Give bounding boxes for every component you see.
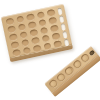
rim-slot-5 (64, 39, 69, 46)
rim-slot-1 (58, 7, 63, 14)
coin-tray (44, 46, 100, 97)
rim-slot-4 (63, 31, 68, 38)
hanging-hole (89, 49, 95, 55)
engraved-coin-icon (65, 67, 73, 75)
board-pit-r5c2[interactable] (22, 47, 31, 56)
main-board (1, 4, 73, 62)
engraved-coin-icon (81, 54, 89, 62)
pit-grid (4, 7, 69, 55)
rim-slot-3 (61, 23, 66, 30)
engraved-coin-icon (73, 60, 81, 68)
board-pit-r5c3[interactable] (33, 44, 42, 53)
product-photo-scene (0, 0, 100, 100)
board-pit-r5c4[interactable] (43, 42, 52, 51)
engraved-coin-icon (57, 73, 65, 81)
rim-slot-2 (59, 15, 64, 22)
engraved-coin-icon (49, 80, 57, 88)
board-pit-r5c5[interactable] (54, 40, 63, 49)
board-pit-r5c1[interactable] (12, 49, 21, 58)
